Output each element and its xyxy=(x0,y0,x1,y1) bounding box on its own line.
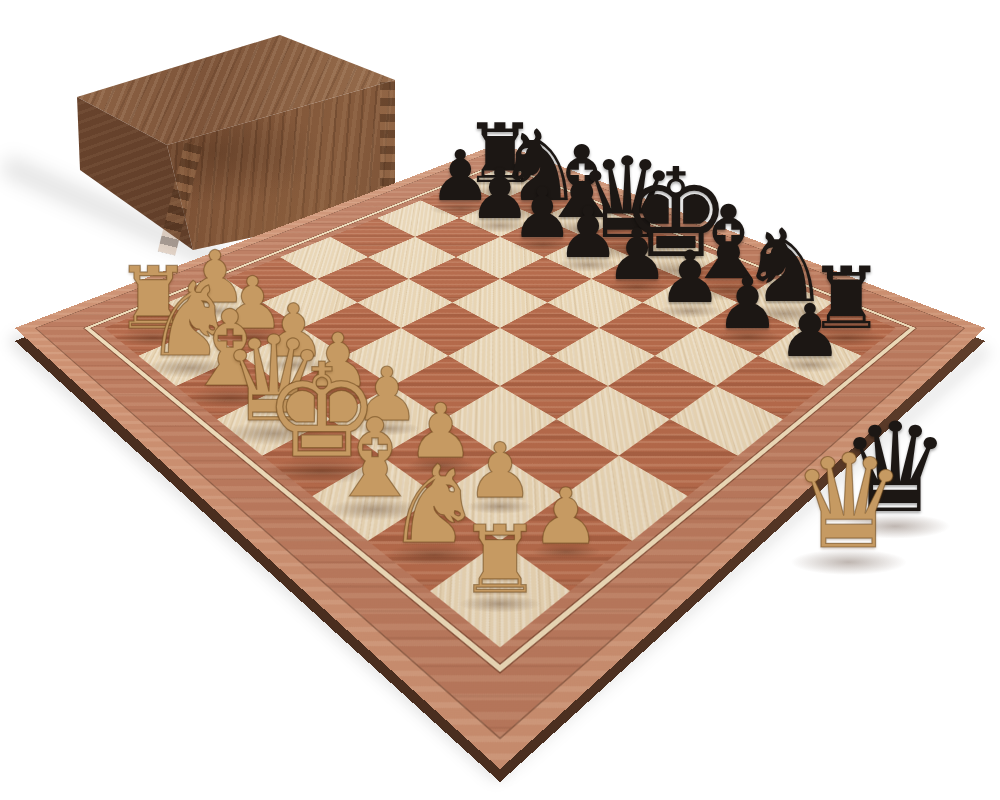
pieces-layer: ♜♞♝♛♚♝♞♜♟♟♟♟♟♟♟♟♟♟♟♟♟♟♟♟♜♞♝♛♚♝♞♜♛♛ xyxy=(0,0,1000,800)
piece-black-pawn-g7[interactable]: ♟ xyxy=(715,267,780,339)
piece-white-pawn-h2[interactable]: ♟ xyxy=(532,477,601,554)
white-rook-icon: ♜ xyxy=(458,514,541,607)
black-pawn-icon: ♟ xyxy=(658,242,723,314)
piece-black-pawn-h7[interactable]: ♟ xyxy=(777,294,842,367)
piece-white-rook-h1[interactable]: ♜ xyxy=(458,514,541,607)
piece-black-pawn-f7[interactable]: ♟ xyxy=(658,242,723,314)
spare-white-queen[interactable]: ♛ xyxy=(791,437,908,567)
white-queen-icon: ♛ xyxy=(791,437,908,567)
white-pawn-icon: ♟ xyxy=(532,477,601,554)
product-photo-scene: ♜♞♝♛♚♝♞♜♟♟♟♟♟♟♟♟♟♟♟♟♟♟♟♟♜♞♝♛♚♝♞♜♛♛ xyxy=(0,0,1000,800)
black-pawn-icon: ♟ xyxy=(777,294,842,367)
black-pawn-icon: ♟ xyxy=(715,267,780,339)
